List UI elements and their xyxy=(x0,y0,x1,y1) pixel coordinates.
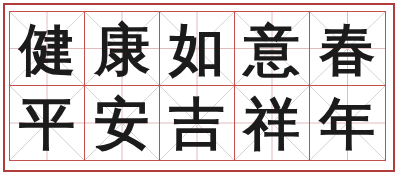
grid-cell: 意 xyxy=(235,12,310,86)
mizige-grid: 健 康 如 xyxy=(9,11,386,161)
grid-cell: 祥 xyxy=(235,86,310,160)
grid-cell: 吉 xyxy=(160,86,235,160)
calligraphy-sheet: 健 康 如 xyxy=(0,0,400,179)
character: 健 xyxy=(19,21,75,77)
character: 吉 xyxy=(169,95,225,151)
character: 如 xyxy=(169,21,225,77)
character: 年 xyxy=(320,95,376,151)
grid-cell: 健 xyxy=(10,12,85,86)
grid-cell: 春 xyxy=(310,12,385,86)
grid-cell: 安 xyxy=(85,86,160,160)
grid-cell: 年 xyxy=(310,86,385,160)
character: 安 xyxy=(94,95,150,151)
character: 春 xyxy=(320,21,376,77)
character: 康 xyxy=(94,21,150,77)
character: 意 xyxy=(244,21,300,77)
grid-cell: 康 xyxy=(85,12,160,86)
character: 祥 xyxy=(244,95,300,151)
character: 平 xyxy=(19,95,75,151)
grid-cell: 平 xyxy=(10,86,85,160)
grid-cell: 如 xyxy=(160,12,235,86)
